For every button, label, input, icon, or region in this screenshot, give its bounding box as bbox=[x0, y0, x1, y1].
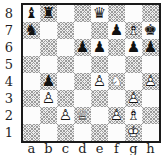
square-h8 bbox=[142, 5, 159, 22]
white-pawn: ♟♙ bbox=[57, 107, 74, 124]
square-b5 bbox=[40, 56, 57, 73]
square-f2: ♟♙ bbox=[108, 107, 125, 124]
rank-label-7: 7 bbox=[0, 22, 18, 39]
white-pawn: ♟♙ bbox=[91, 73, 108, 90]
square-g2: ♝♗ bbox=[125, 107, 142, 124]
black-pawn: ♟ bbox=[91, 39, 108, 56]
rank-label-8: 8 bbox=[0, 5, 18, 22]
piece-outline: ♙ bbox=[93, 72, 106, 90]
white-bishop: ♝♗ bbox=[125, 22, 142, 39]
chess-diagram: 87654321 ♝♜♛♞♟♝♗♚♟♟♟♟♟♟♙♞♘♟♙♟♙♟♙♟♙♛♕♟♙♝♗… bbox=[0, 0, 162, 155]
square-c5 bbox=[57, 56, 74, 73]
rank-label-2: 2 bbox=[0, 107, 18, 124]
file-label-d: d bbox=[74, 142, 91, 155]
rank-label-6: 6 bbox=[0, 39, 18, 56]
black-pawn: ♟ bbox=[74, 39, 91, 56]
square-g7: ♝♗ bbox=[125, 22, 142, 39]
square-b2 bbox=[40, 107, 57, 124]
white-pawn: ♟♙ bbox=[40, 90, 57, 107]
piece-outline: ♙ bbox=[59, 106, 72, 124]
square-g1: ♚♔ bbox=[125, 124, 142, 141]
square-e4: ♟♙ bbox=[91, 73, 108, 90]
piece-outline: ♙ bbox=[42, 89, 55, 107]
square-e7 bbox=[91, 22, 108, 39]
square-d2: ♛♕ bbox=[74, 107, 91, 124]
square-e1 bbox=[91, 124, 108, 141]
file-label-f: f bbox=[108, 142, 125, 155]
black-pawn: ♟ bbox=[108, 22, 125, 39]
square-f3 bbox=[108, 90, 125, 107]
piece-outline: ♙ bbox=[127, 89, 140, 107]
square-d1 bbox=[74, 124, 91, 141]
square-f7: ♟ bbox=[108, 22, 125, 39]
square-b4: ♟ bbox=[40, 73, 57, 90]
white-pawn: ♟♙ bbox=[142, 73, 159, 90]
black-knight: ♞ bbox=[23, 22, 40, 39]
piece-outline: ♔ bbox=[127, 123, 140, 141]
square-e5 bbox=[91, 56, 108, 73]
file-label-e: e bbox=[91, 142, 108, 155]
black-pawn: ♟ bbox=[142, 39, 159, 56]
square-d3 bbox=[74, 90, 91, 107]
square-h3 bbox=[142, 90, 159, 107]
black-bishop: ♝ bbox=[23, 5, 40, 22]
piece-outline: ♗ bbox=[127, 106, 140, 124]
square-b3: ♟♙ bbox=[40, 90, 57, 107]
piece-outline: ♘ bbox=[110, 72, 123, 90]
square-d4 bbox=[74, 73, 91, 90]
file-label-a: a bbox=[23, 142, 40, 155]
white-queen: ♛♕ bbox=[74, 107, 91, 124]
square-a3 bbox=[23, 90, 40, 107]
white-knight: ♞♘ bbox=[108, 73, 125, 90]
white-bishop: ♝♗ bbox=[125, 107, 142, 124]
chess-board: ♝♜♛♞♟♝♗♚♟♟♟♟♟♟♙♞♘♟♙♟♙♟♙♟♙♛♕♟♙♝♗♚♔ bbox=[21, 3, 161, 143]
black-pawn: ♟ bbox=[40, 73, 57, 90]
square-a4 bbox=[23, 73, 40, 90]
square-c3 bbox=[57, 90, 74, 107]
square-g6: ♟ bbox=[125, 39, 142, 56]
square-h4: ♟♙ bbox=[142, 73, 159, 90]
square-f4: ♞♘ bbox=[108, 73, 125, 90]
square-g4 bbox=[125, 73, 142, 90]
square-c7 bbox=[57, 22, 74, 39]
square-d5 bbox=[74, 56, 91, 73]
file-label-g: g bbox=[125, 142, 142, 155]
square-h1 bbox=[142, 124, 159, 141]
square-g8 bbox=[125, 5, 142, 22]
square-h5 bbox=[142, 56, 159, 73]
square-f5 bbox=[108, 56, 125, 73]
square-a2 bbox=[23, 107, 40, 124]
square-e8: ♛ bbox=[91, 5, 108, 22]
white-pawn: ♟♙ bbox=[108, 107, 125, 124]
square-b6 bbox=[40, 39, 57, 56]
square-a5 bbox=[23, 56, 40, 73]
black-rook: ♜ bbox=[40, 5, 57, 22]
white-king: ♚♔ bbox=[125, 124, 142, 141]
rank-labels: 87654321 bbox=[0, 5, 18, 141]
square-f1 bbox=[108, 124, 125, 141]
square-c4 bbox=[57, 73, 74, 90]
square-a7: ♞ bbox=[23, 22, 40, 39]
square-b8: ♜ bbox=[40, 5, 57, 22]
square-h2 bbox=[142, 107, 159, 124]
square-f6 bbox=[108, 39, 125, 56]
rank-label-4: 4 bbox=[0, 73, 18, 90]
rank-label-3: 3 bbox=[0, 90, 18, 107]
square-a8: ♝ bbox=[23, 5, 40, 22]
square-h7: ♚ bbox=[142, 22, 159, 39]
square-c2: ♟♙ bbox=[57, 107, 74, 124]
square-e6: ♟ bbox=[91, 39, 108, 56]
square-d7 bbox=[74, 22, 91, 39]
piece-outline: ♗ bbox=[127, 21, 140, 39]
piece-outline: ♙ bbox=[110, 106, 123, 124]
file-label-b: b bbox=[40, 142, 57, 155]
square-d8 bbox=[74, 5, 91, 22]
black-queen: ♛ bbox=[91, 5, 108, 22]
piece-outline: ♙ bbox=[144, 72, 157, 90]
square-c8 bbox=[57, 5, 74, 22]
square-c1 bbox=[57, 124, 74, 141]
black-king: ♚ bbox=[142, 22, 159, 39]
square-b7 bbox=[40, 22, 57, 39]
square-h6: ♟ bbox=[142, 39, 159, 56]
rank-label-1: 1 bbox=[0, 124, 18, 141]
file-label-h: h bbox=[142, 142, 159, 155]
piece-outline: ♕ bbox=[76, 106, 89, 124]
square-f8 bbox=[108, 5, 125, 22]
square-b1 bbox=[40, 124, 57, 141]
square-e3 bbox=[91, 90, 108, 107]
black-pawn: ♟ bbox=[125, 39, 142, 56]
square-a1 bbox=[23, 124, 40, 141]
square-g5 bbox=[125, 56, 142, 73]
file-label-c: c bbox=[57, 142, 74, 155]
square-c6 bbox=[57, 39, 74, 56]
square-a6 bbox=[23, 39, 40, 56]
square-d6: ♟ bbox=[74, 39, 91, 56]
rank-label-5: 5 bbox=[0, 56, 18, 73]
white-pawn: ♟♙ bbox=[125, 90, 142, 107]
file-labels: abcdefgh bbox=[23, 142, 159, 155]
square-e2 bbox=[91, 107, 108, 124]
square-g3: ♟♙ bbox=[125, 90, 142, 107]
